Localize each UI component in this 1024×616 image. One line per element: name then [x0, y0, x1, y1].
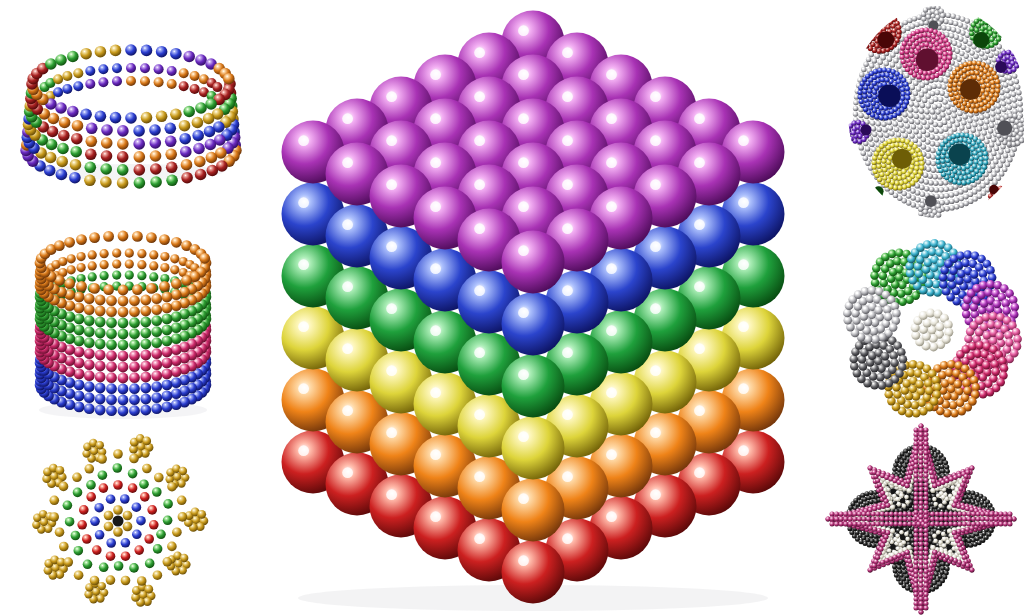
- star-thumbnail: [826, 424, 1017, 615]
- main-cube: [282, 11, 785, 612]
- flower-pinwheel-thumbnail: [843, 239, 1022, 418]
- bracelet-thumbnail: [20, 44, 241, 189]
- magnet-balls-collage: [0, 0, 1024, 616]
- collage-canvas: [0, 0, 1024, 616]
- rosette-thumbnail: [32, 434, 208, 607]
- cylinder-thumbnail: [35, 231, 212, 419]
- crater-sphere-thumbnail: [846, 4, 1024, 223]
